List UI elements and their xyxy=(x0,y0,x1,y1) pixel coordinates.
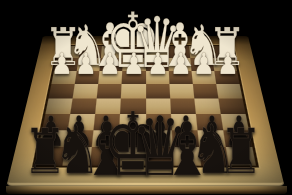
piece-white-pawn-g2[interactable]: ♟ xyxy=(75,49,97,79)
piece-white-pawn-h2[interactable]: ♟ xyxy=(51,49,73,79)
piece-white-pawn-c2[interactable]: ♟ xyxy=(170,49,192,79)
pieces-layer: ♜♞♝♚♛♝♞♜♟♟♟♟♟♟♟♟♟♟♟♟♟♟♟♟♜♞♝♚♛♝♞♜ xyxy=(0,0,292,195)
chessboard-photo: ♜♞♝♚♛♝♞♜♟♟♟♟♟♟♟♟♟♟♟♟♟♟♟♟♜♞♝♚♛♝♞♜ xyxy=(0,0,292,195)
piece-white-pawn-e2[interactable]: ♟ xyxy=(123,49,145,79)
piece-white-pawn-b2[interactable]: ♟ xyxy=(193,49,215,79)
piece-white-pawn-d2[interactable]: ♟ xyxy=(147,49,169,79)
piece-white-pawn-f2[interactable]: ♟ xyxy=(99,49,121,79)
piece-black-rook-a8[interactable]: ♜ xyxy=(219,121,262,183)
piece-white-pawn-a2[interactable]: ♟ xyxy=(217,49,239,79)
